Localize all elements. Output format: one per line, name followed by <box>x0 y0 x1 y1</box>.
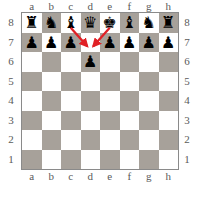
square-a5[interactable] <box>22 72 42 92</box>
square-d6[interactable]: ♟ <box>81 52 101 72</box>
coordinate-label-5: 5 <box>2 72 20 92</box>
coordinate-label-2: 2 <box>179 130 195 150</box>
square-c8[interactable]: ♝ <box>61 13 81 33</box>
square-a7[interactable]: ♟ <box>22 33 42 53</box>
black-queen: ♛ <box>81 13 101 33</box>
square-f2[interactable] <box>120 130 140 150</box>
coordinate-label-e: e <box>100 169 120 183</box>
black-bishop: ♝ <box>120 13 140 33</box>
black-pawn: ♟ <box>100 33 120 53</box>
black-pawn: ♟ <box>159 33 179 53</box>
square-g5[interactable] <box>139 72 159 92</box>
coordinate-label-4: 4 <box>2 91 20 111</box>
coordinate-label-5: 5 <box>179 72 195 92</box>
square-e8[interactable]: ♚ <box>100 13 120 33</box>
coordinate-label-c: c <box>61 169 81 183</box>
square-g7[interactable]: ♟ <box>139 33 159 53</box>
chess-board: ♜♞♝♛♚♝♞♜♟♟♟♟♟♟♟♟ <box>22 13 178 169</box>
coordinate-label-h: h <box>159 0 179 13</box>
square-d5[interactable] <box>81 72 101 92</box>
square-d3[interactable] <box>81 111 101 131</box>
square-h8[interactable]: ♜ <box>159 13 179 33</box>
square-f4[interactable] <box>120 91 140 111</box>
coordinate-label-8: 8 <box>179 13 195 33</box>
coordinate-label-3: 3 <box>179 111 195 131</box>
file-labels-top: abcdefgh <box>22 0 178 13</box>
black-knight: ♞ <box>42 13 62 33</box>
square-b5[interactable] <box>42 72 62 92</box>
square-d4[interactable] <box>81 91 101 111</box>
square-a2[interactable] <box>22 130 42 150</box>
coordinate-label-6: 6 <box>2 52 20 72</box>
coordinate-label-b: b <box>42 0 62 13</box>
black-pawn: ♟ <box>61 33 81 53</box>
square-b6[interactable] <box>42 52 62 72</box>
square-h4[interactable] <box>159 91 179 111</box>
file-labels-bottom: abcdefgh <box>22 169 178 183</box>
coordinate-label-a: a <box>22 169 42 183</box>
square-f5[interactable] <box>120 72 140 92</box>
coordinate-label-6: 6 <box>179 52 195 72</box>
coordinate-label-8: 8 <box>2 13 20 33</box>
coordinate-label-a: a <box>22 0 42 13</box>
square-a4[interactable] <box>22 91 42 111</box>
square-g6[interactable] <box>139 52 159 72</box>
square-e2[interactable] <box>100 130 120 150</box>
square-e5[interactable] <box>100 72 120 92</box>
coordinate-label-b: b <box>42 169 62 183</box>
square-a6[interactable] <box>22 52 42 72</box>
square-c1[interactable] <box>61 150 81 170</box>
square-d2[interactable] <box>81 130 101 150</box>
square-a1[interactable] <box>22 150 42 170</box>
square-a8[interactable]: ♜ <box>22 13 42 33</box>
square-h2[interactable] <box>159 130 179 150</box>
square-f7[interactable]: ♟ <box>120 33 140 53</box>
square-h6[interactable] <box>159 52 179 72</box>
square-d8[interactable]: ♛ <box>81 13 101 33</box>
coordinate-label-h: h <box>159 169 179 183</box>
square-b3[interactable] <box>42 111 62 131</box>
square-h1[interactable] <box>159 150 179 170</box>
coordinate-label-1: 1 <box>2 150 20 170</box>
black-bishop: ♝ <box>61 13 81 33</box>
square-c3[interactable] <box>61 111 81 131</box>
rank-labels-right: 87654321 <box>179 13 195 169</box>
square-h3[interactable] <box>159 111 179 131</box>
rank-labels-left: 87654321 <box>2 13 20 169</box>
chess-diagram: abcdefgh abcdefgh 87654321 87654321 ♜♞♝♛… <box>0 0 200 200</box>
square-e6[interactable] <box>100 52 120 72</box>
black-pawn: ♟ <box>42 33 62 53</box>
square-e4[interactable] <box>100 91 120 111</box>
square-h7[interactable]: ♟ <box>159 33 179 53</box>
square-b2[interactable] <box>42 130 62 150</box>
black-rook: ♜ <box>22 13 42 33</box>
coordinate-label-7: 7 <box>2 33 20 53</box>
coordinate-label-d: d <box>81 0 101 13</box>
square-b8[interactable]: ♞ <box>42 13 62 33</box>
black-pawn: ♟ <box>139 33 159 53</box>
coordinate-label-2: 2 <box>2 130 20 150</box>
coordinate-label-7: 7 <box>179 33 195 53</box>
coordinate-label-c: c <box>61 0 81 13</box>
square-g2[interactable] <box>139 130 159 150</box>
square-f3[interactable] <box>120 111 140 131</box>
square-e3[interactable] <box>100 111 120 131</box>
square-d7[interactable] <box>81 33 101 53</box>
coordinate-label-d: d <box>81 169 101 183</box>
coordinate-label-g: g <box>139 0 159 13</box>
square-g4[interactable] <box>139 91 159 111</box>
black-king: ♚ <box>100 13 120 33</box>
coordinate-label-f: f <box>120 169 140 183</box>
square-c5[interactable] <box>61 72 81 92</box>
black-pawn: ♟ <box>22 33 42 53</box>
coordinate-label-g: g <box>139 169 159 183</box>
square-g1[interactable] <box>139 150 159 170</box>
square-b7[interactable]: ♟ <box>42 33 62 53</box>
black-rook: ♜ <box>159 13 179 33</box>
square-c7[interactable]: ♟ <box>61 33 81 53</box>
square-g8[interactable]: ♞ <box>139 13 159 33</box>
square-f1[interactable] <box>120 150 140 170</box>
square-a3[interactable] <box>22 111 42 131</box>
square-c4[interactable] <box>61 91 81 111</box>
square-b4[interactable] <box>42 91 62 111</box>
square-c6[interactable] <box>61 52 81 72</box>
coordinate-label-4: 4 <box>179 91 195 111</box>
square-c2[interactable] <box>61 130 81 150</box>
square-b1[interactable] <box>42 150 62 170</box>
square-h5[interactable] <box>159 72 179 92</box>
square-g3[interactable] <box>139 111 159 131</box>
coordinate-label-1: 1 <box>179 150 195 170</box>
coordinate-label-3: 3 <box>2 111 20 131</box>
black-pawn: ♟ <box>120 33 140 53</box>
coordinate-label-e: e <box>100 0 120 13</box>
square-d1[interactable] <box>81 150 101 170</box>
coordinate-label-f: f <box>120 0 140 13</box>
square-e7[interactable]: ♟ <box>100 33 120 53</box>
black-knight: ♞ <box>139 13 159 33</box>
square-e1[interactable] <box>100 150 120 170</box>
black-pawn: ♟ <box>81 52 101 72</box>
square-f8[interactable]: ♝ <box>120 13 140 33</box>
square-f6[interactable] <box>120 52 140 72</box>
